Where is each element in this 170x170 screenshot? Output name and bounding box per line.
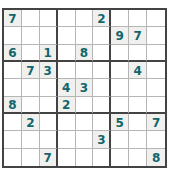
cell-r2c6[interactable] (93, 27, 111, 44)
cell-r1c8[interactable] (129, 10, 147, 27)
cell-r1c3[interactable] (40, 10, 58, 27)
cell-r4c9[interactable] (147, 62, 165, 79)
cell-r3c1[interactable]: 6 (4, 45, 22, 62)
cell-r7c5[interactable] (76, 114, 94, 131)
cell-r6c6[interactable] (93, 97, 111, 114)
cell-r3c2[interactable] (22, 45, 40, 62)
cell-r6c2[interactable] (22, 97, 40, 114)
cell-r5c9[interactable] (147, 79, 165, 96)
cell-r3c6[interactable] (93, 45, 111, 62)
cell-r3c4[interactable] (58, 45, 76, 62)
cell-r9c2[interactable] (22, 149, 40, 166)
cell-r6c3[interactable] (40, 97, 58, 114)
cell-r7c1[interactable] (4, 114, 22, 131)
cell-r5c8[interactable] (129, 79, 147, 96)
cell-r8c5[interactable] (76, 131, 94, 148)
cell-r6c5[interactable] (76, 97, 94, 114)
cell-r7c3[interactable] (40, 114, 58, 131)
cell-r9c5[interactable] (76, 149, 94, 166)
cell-r2c3[interactable] (40, 27, 58, 44)
cell-r5c1[interactable] (4, 79, 22, 96)
cell-r9c7[interactable] (111, 149, 129, 166)
cell-r5c5[interactable]: 3 (76, 79, 94, 96)
cell-r6c4[interactable]: 2 (58, 97, 76, 114)
cell-r3c3[interactable]: 1 (40, 45, 58, 62)
cell-r4c8[interactable]: 4 (129, 62, 147, 79)
cell-r7c2[interactable]: 2 (22, 114, 40, 131)
sudoku-board: 72976187344382257378 (2, 8, 167, 168)
cell-r5c3[interactable] (40, 79, 58, 96)
cell-r9c9[interactable]: 8 (147, 149, 165, 166)
cell-r5c2[interactable] (22, 79, 40, 96)
cell-r6c8[interactable] (129, 97, 147, 114)
cell-r1c2[interactable] (22, 10, 40, 27)
cell-r9c8[interactable] (129, 149, 147, 166)
cell-r8c3[interactable] (40, 131, 58, 148)
cell-r4c4[interactable] (58, 62, 76, 79)
cell-r1c1[interactable]: 7 (4, 10, 22, 27)
cell-r3c8[interactable] (129, 45, 147, 62)
cell-r2c7[interactable]: 9 (111, 27, 129, 44)
cell-r2c8[interactable]: 7 (129, 27, 147, 44)
cell-r3c9[interactable] (147, 45, 165, 62)
cell-r4c1[interactable] (4, 62, 22, 79)
cell-r3c7[interactable] (111, 45, 129, 62)
cell-r8c6[interactable]: 3 (93, 131, 111, 148)
cell-r8c8[interactable] (129, 131, 147, 148)
cell-r4c7[interactable] (111, 62, 129, 79)
cell-r7c4[interactable] (58, 114, 76, 131)
cell-r4c5[interactable] (76, 62, 94, 79)
cell-r4c6[interactable] (93, 62, 111, 79)
cell-r5c6[interactable] (93, 79, 111, 96)
cell-r7c9[interactable]: 7 (147, 114, 165, 131)
cell-r1c7[interactable] (111, 10, 129, 27)
cell-r5c7[interactable] (111, 79, 129, 96)
cell-r5c4[interactable]: 4 (58, 79, 76, 96)
cell-r8c2[interactable] (22, 131, 40, 148)
cell-r1c5[interactable] (76, 10, 94, 27)
cell-r7c6[interactable] (93, 114, 111, 131)
cell-r1c9[interactable] (147, 10, 165, 27)
cell-r2c2[interactable] (22, 27, 40, 44)
cell-r7c7[interactable]: 5 (111, 114, 129, 131)
cell-r9c3[interactable]: 7 (40, 149, 58, 166)
cell-r2c4[interactable] (58, 27, 76, 44)
cell-r6c7[interactable] (111, 97, 129, 114)
cell-r8c1[interactable] (4, 131, 22, 148)
cell-r2c5[interactable] (76, 27, 94, 44)
cell-r9c6[interactable] (93, 149, 111, 166)
cell-r9c4[interactable] (58, 149, 76, 166)
cell-r2c1[interactable] (4, 27, 22, 44)
cell-r8c9[interactable] (147, 131, 165, 148)
cell-r4c2[interactable]: 7 (22, 62, 40, 79)
cell-r6c9[interactable] (147, 97, 165, 114)
cell-r1c4[interactable] (58, 10, 76, 27)
cell-r1c6[interactable]: 2 (93, 10, 111, 27)
cell-r8c7[interactable] (111, 131, 129, 148)
cell-r4c3[interactable]: 3 (40, 62, 58, 79)
cell-r2c9[interactable] (147, 27, 165, 44)
cell-r9c1[interactable] (4, 149, 22, 166)
cell-r7c8[interactable] (129, 114, 147, 131)
cell-r3c5[interactable]: 8 (76, 45, 94, 62)
cell-r8c4[interactable] (58, 131, 76, 148)
cell-r6c1[interactable]: 8 (4, 97, 22, 114)
